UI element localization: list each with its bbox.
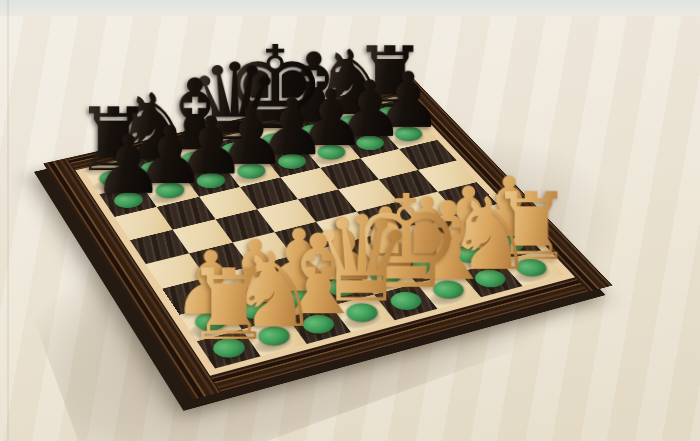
square-a7[interactable]: ♟ (100, 184, 157, 216)
board-inner-border: ♜♞♝♛♚♝♞♜♟♟♟♟♟♟♟♟♟♟♟♟♟♟♟♟♜♞♝♛♚♝♞♜ (75, 95, 575, 376)
piece-black-pawn[interactable]: ♟ (92, 125, 164, 206)
chess-board: ♜♞♝♛♚♝♞♜♟♟♟♟♟♟♟♟♟♟♟♟♟♟♟♟♜♞♝♛♚♝♞♜ (44, 79, 613, 399)
square-a1[interactable]: ♜ (197, 329, 261, 368)
piece-white-rook[interactable]: ♜ (185, 257, 273, 355)
perspective-wrapper: ♜♞♝♛♚♝♞♜♟♟♟♟♟♟♟♟♟♟♟♟♟♟♟♟♜♞♝♛♚♝♞♜ (0, 0, 700, 441)
scene: ♜♞♝♛♚♝♞♜♟♟♟♟♟♟♟♟♟♟♟♟♟♟♟♟♜♞♝♛♚♝♞♜ (0, 0, 700, 441)
